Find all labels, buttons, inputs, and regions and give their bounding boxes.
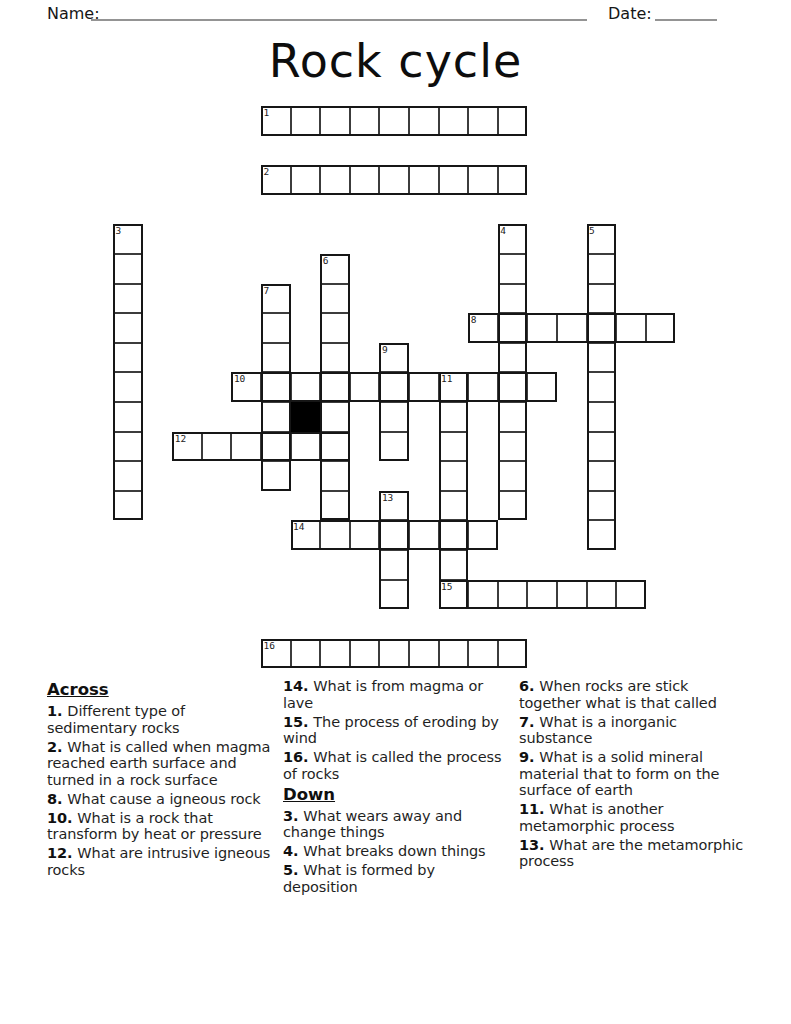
cell-number-12: 12: [175, 434, 186, 444]
cell-r9c13[interactable]: [498, 372, 528, 402]
crossword-grid: 12345678910111213141516: [113, 106, 676, 669]
cell-r12c5[interactable]: [261, 461, 291, 491]
cell-r14c16[interactable]: [587, 520, 617, 550]
cell-number-13: 13: [382, 493, 393, 503]
clue-across-15: 15. The process of eroding by wind: [283, 714, 512, 747]
cell-r2c10[interactable]: [409, 165, 439, 195]
cell-r7c17[interactable]: [616, 313, 646, 343]
cell-r9c8[interactable]: [350, 372, 380, 402]
cell-r14c7[interactable]: [320, 520, 350, 550]
clue-across-16: 16. What is called the process of rocks: [283, 749, 512, 782]
clue-across-14: 14. What is from magma or lave: [283, 678, 512, 711]
cell-number-11: 11: [441, 374, 452, 384]
cell-r14c12[interactable]: [468, 520, 498, 550]
cell-r12c13[interactable]: [498, 461, 528, 491]
cell-r0c11[interactable]: [439, 106, 469, 136]
cell-r2c8[interactable]: [350, 165, 380, 195]
cell-r16c9[interactable]: [379, 580, 409, 610]
cell-r13c16[interactable]: [587, 491, 617, 521]
clues-section: Across1. Different type of sedimentary r…: [40, 678, 754, 898]
cell-r16c13[interactable]: [498, 580, 528, 610]
cell-number-2: 2: [264, 167, 270, 177]
cell-r2c11[interactable]: [439, 165, 469, 195]
cell-r8c0[interactable]: [113, 343, 143, 373]
cell-number-16: 16: [264, 641, 275, 651]
clue-down-6: 6. When rocks are stick together what is…: [519, 678, 754, 711]
cell-r7c5[interactable]: [261, 313, 291, 343]
cell-r9c14[interactable]: [527, 372, 557, 402]
puzzle-title: Rock cycle: [0, 34, 791, 88]
clue-down-4: 4. What breaks down things: [283, 843, 512, 860]
cell-r11c6[interactable]: [291, 432, 321, 462]
cell-r16c16[interactable]: [587, 580, 617, 610]
cell-number-9: 9: [382, 345, 388, 355]
cell-r2c6[interactable]: [291, 165, 321, 195]
cell-r9c12[interactable]: [468, 372, 498, 402]
clue-column-1: Across1. Different type of sedimentary r…: [40, 678, 276, 898]
cell-r9c9[interactable]: [379, 372, 409, 402]
cell-r15c11[interactable]: [439, 550, 469, 580]
down-heading: Down: [283, 785, 512, 804]
cell-r7c0[interactable]: [113, 313, 143, 343]
worksheet-page: Name: Date: Rock cycle 12345678910111213…: [0, 0, 791, 1024]
clue-column-2: 14. What is from magma or lave15. The pr…: [276, 678, 512, 898]
cell-r7c7[interactable]: [320, 313, 350, 343]
clue-down-11: 11. What is another metamorphic process: [519, 801, 754, 834]
cell-r18c7[interactable]: [320, 639, 350, 669]
cell-r6c0[interactable]: [113, 284, 143, 314]
black-cell: [291, 402, 321, 432]
cell-r7c14[interactable]: [527, 313, 557, 343]
cell-r0c12[interactable]: [468, 106, 498, 136]
cell-r9c10[interactable]: [409, 372, 439, 402]
cell-number-8: 8: [471, 315, 477, 325]
cell-r10c5[interactable]: [261, 402, 291, 432]
cell-r13c13[interactable]: [498, 491, 528, 521]
cell-number-4: 4: [500, 226, 506, 236]
cell-r0c8[interactable]: [350, 106, 380, 136]
cell-r7c16[interactable]: [587, 313, 617, 343]
cell-r8c5[interactable]: [261, 343, 291, 373]
cell-r13c11[interactable]: [439, 491, 469, 521]
across-heading: Across: [47, 680, 276, 699]
clue-down-9: 9. What is a solid mineral material that…: [519, 749, 754, 799]
cell-r8c16[interactable]: [587, 343, 617, 373]
cell-r6c13[interactable]: [498, 284, 528, 314]
cell-r9c6[interactable]: [291, 372, 321, 402]
cell-r18c11[interactable]: [439, 639, 469, 669]
cell-r8c7[interactable]: [320, 343, 350, 373]
cell-r10c0[interactable]: [113, 402, 143, 432]
cell-r0c6[interactable]: [291, 106, 321, 136]
cell-r10c13[interactable]: [498, 402, 528, 432]
cell-r2c7[interactable]: [320, 165, 350, 195]
cell-r11c9[interactable]: [379, 432, 409, 462]
cell-r2c12[interactable]: [468, 165, 498, 195]
cell-number-15: 15: [441, 582, 452, 592]
clue-down-5: 5. What is formed by deposition: [283, 862, 512, 895]
cell-r12c7[interactable]: [320, 461, 350, 491]
cell-r16c15[interactable]: [557, 580, 587, 610]
cell-number-3: 3: [116, 226, 122, 236]
cell-r16c17[interactable]: [616, 580, 646, 610]
cell-number-10: 10: [234, 374, 245, 384]
cell-r14c9[interactable]: [379, 520, 409, 550]
cell-number-7: 7: [264, 286, 270, 296]
cell-r14c11[interactable]: [439, 520, 469, 550]
cell-number-5: 5: [589, 226, 595, 236]
cell-r0c7[interactable]: [320, 106, 350, 136]
name-line: [91, 19, 587, 21]
cell-number-14: 14: [293, 522, 304, 532]
cell-r10c9[interactable]: [379, 402, 409, 432]
cell-r11c5[interactable]: [261, 432, 291, 462]
cell-r18c12[interactable]: [468, 639, 498, 669]
cell-r12c16[interactable]: [587, 461, 617, 491]
clue-across-2: 2. What is called when magma reached ear…: [47, 739, 276, 789]
cell-r8c13[interactable]: [498, 343, 528, 373]
cell-r11c13[interactable]: [498, 432, 528, 462]
cell-r5c16[interactable]: [587, 254, 617, 284]
cell-r10c11[interactable]: [439, 402, 469, 432]
cell-r0c10[interactable]: [409, 106, 439, 136]
cell-r11c7[interactable]: [320, 432, 350, 462]
cell-r7c18[interactable]: [646, 313, 676, 343]
clue-across-10: 10. What is a rock that transform by hea…: [47, 810, 276, 843]
cell-r12c11[interactable]: [439, 461, 469, 491]
cell-r5c13[interactable]: [498, 254, 528, 284]
clue-down-7: 7. What is a inorganic substance: [519, 714, 754, 747]
cell-r10c16[interactable]: [587, 402, 617, 432]
cell-r18c6[interactable]: [291, 639, 321, 669]
cell-r13c0[interactable]: [113, 491, 143, 521]
cell-r11c3[interactable]: [202, 432, 232, 462]
cell-r11c11[interactable]: [439, 432, 469, 462]
date-line: [655, 19, 717, 21]
clue-down-3: 3. What wears away and change things: [283, 808, 512, 841]
cell-r0c13[interactable]: [498, 106, 528, 136]
cell-r6c7[interactable]: [320, 284, 350, 314]
cell-r5c0[interactable]: [113, 254, 143, 284]
cell-r15c9[interactable]: [379, 550, 409, 580]
cell-r18c8[interactable]: [350, 639, 380, 669]
cell-r16c12[interactable]: [468, 580, 498, 610]
cell-r13c7[interactable]: [320, 491, 350, 521]
cell-r12c0[interactable]: [113, 461, 143, 491]
cell-r0c9[interactable]: [379, 106, 409, 136]
clue-column-3: 6. When rocks are stick together what is…: [512, 678, 754, 898]
cell-r18c9[interactable]: [379, 639, 409, 669]
cell-r14c8[interactable]: [350, 520, 380, 550]
clue-across-1: 1. Different type of sedimentary rocks: [47, 703, 276, 736]
date-label: Date:: [608, 4, 652, 23]
cell-r18c13[interactable]: [498, 639, 528, 669]
cell-r2c9[interactable]: [379, 165, 409, 195]
cell-r9c0[interactable]: [113, 372, 143, 402]
clue-down-13: 13. What are the metamorphic process: [519, 837, 754, 870]
clue-across-8: 8. What cause a igneous rock: [47, 791, 276, 808]
cell-r11c4[interactable]: [231, 432, 261, 462]
cell-r18c10[interactable]: [409, 639, 439, 669]
cell-r6c16[interactable]: [587, 284, 617, 314]
cell-r9c16[interactable]: [587, 372, 617, 402]
cell-r11c16[interactable]: [587, 432, 617, 462]
cell-r16c14[interactable]: [527, 580, 557, 610]
cell-r9c7[interactable]: [320, 372, 350, 402]
cell-r14c10[interactable]: [409, 520, 439, 550]
clue-across-12: 12. What are intrusive igneous rocks: [47, 845, 276, 878]
cell-number-6: 6: [323, 256, 329, 266]
cell-r11c0[interactable]: [113, 432, 143, 462]
cell-r7c15[interactable]: [557, 313, 587, 343]
cell-r10c7[interactable]: [320, 402, 350, 432]
cell-r2c13[interactable]: [498, 165, 528, 195]
cell-number-1: 1: [264, 108, 270, 118]
cell-r9c5[interactable]: [261, 372, 291, 402]
cell-r7c13[interactable]: [498, 313, 528, 343]
